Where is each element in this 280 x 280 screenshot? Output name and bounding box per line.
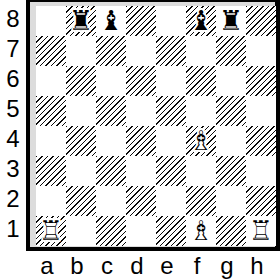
rank-labels: 87654321 [0, 4, 26, 244]
square-h5[interactable] [246, 96, 276, 126]
square-a1[interactable]: ♜♖ [36, 216, 66, 246]
square-a8[interactable] [36, 6, 66, 36]
rank-label-2: 2 [0, 184, 26, 214]
white-rook-glyph: ♖ [36, 216, 66, 246]
piece-white-bishop-f1: ♝♗ [186, 216, 216, 246]
square-e2[interactable] [156, 186, 186, 216]
square-g8[interactable]: ♜♜ [216, 6, 246, 36]
square-f2[interactable] [186, 186, 216, 216]
board-frame: ♜♜♝♝♝♝♜♜♝♗♜♖♝♗♜♖ [26, 0, 280, 251]
square-e8[interactable] [156, 6, 186, 36]
piece-white-bishop-f4: ♝♗ [186, 126, 216, 156]
square-b6[interactable] [66, 66, 96, 96]
square-c3[interactable] [96, 156, 126, 186]
white-rook-glyph: ♖ [246, 216, 276, 246]
square-b4[interactable] [66, 126, 96, 156]
square-g2[interactable] [216, 186, 246, 216]
file-label-a: a [32, 251, 62, 280]
square-d8[interactable] [126, 6, 156, 36]
square-c5[interactable] [96, 96, 126, 126]
file-label-b: b [62, 251, 92, 280]
square-e6[interactable] [156, 66, 186, 96]
square-c7[interactable] [96, 36, 126, 66]
square-f1[interactable]: ♝♗ [186, 216, 216, 246]
square-b7[interactable] [66, 36, 96, 66]
square-c2[interactable] [96, 186, 126, 216]
file-label-d: d [122, 251, 152, 280]
rank-label-5: 5 [0, 94, 26, 124]
square-e3[interactable] [156, 156, 186, 186]
square-a5[interactable] [36, 96, 66, 126]
square-h3[interactable] [246, 156, 276, 186]
square-g1[interactable] [216, 216, 246, 246]
square-c1[interactable] [96, 216, 126, 246]
square-d3[interactable] [126, 156, 156, 186]
square-g4[interactable] [216, 126, 246, 156]
square-f5[interactable] [186, 96, 216, 126]
board-grid: ♜♜♝♝♝♝♜♜♝♗♜♖♝♗♜♖ [36, 6, 276, 246]
chess-diagram: 87654321 ♜♜♝♝♝♝♜♜♝♗♜♖♝♗♜♖ abcdefgh [0, 0, 280, 280]
rank-label-8: 8 [0, 4, 26, 34]
file-label-c: c [92, 251, 122, 280]
square-e5[interactable] [156, 96, 186, 126]
file-label-e: e [152, 251, 182, 280]
rank-label-1: 1 [0, 214, 26, 244]
square-d7[interactable] [126, 36, 156, 66]
square-h1[interactable]: ♜♖ [246, 216, 276, 246]
rank-label-7: 7 [0, 34, 26, 64]
white-bishop-glyph: ♗ [186, 126, 216, 156]
square-g7[interactable] [216, 36, 246, 66]
file-label-g: g [212, 251, 242, 280]
square-f3[interactable] [186, 156, 216, 186]
square-f6[interactable] [186, 66, 216, 96]
black-rook-glyph: ♜ [66, 6, 96, 36]
square-d1[interactable] [126, 216, 156, 246]
piece-black-bishop-f8: ♝♝ [186, 6, 216, 36]
square-b5[interactable] [66, 96, 96, 126]
square-b3[interactable] [66, 156, 96, 186]
black-bishop-glyph: ♝ [96, 6, 126, 36]
black-rook-glyph: ♜ [216, 6, 246, 36]
square-d6[interactable] [126, 66, 156, 96]
piece-black-bishop-c8: ♝♝ [96, 6, 126, 36]
square-f4[interactable]: ♝♗ [186, 126, 216, 156]
board-inset: ♜♜♝♝♝♝♜♜♝♗♜♖♝♗♜♖ [30, 2, 275, 247]
piece-white-rook-h1: ♜♖ [246, 216, 276, 246]
square-h4[interactable] [246, 126, 276, 156]
square-e4[interactable] [156, 126, 186, 156]
file-label-h: h [242, 251, 272, 280]
square-b2[interactable] [66, 186, 96, 216]
square-a3[interactable] [36, 156, 66, 186]
piece-white-rook-a1: ♜♖ [36, 216, 66, 246]
square-c4[interactable] [96, 126, 126, 156]
square-d2[interactable] [126, 186, 156, 216]
file-label-f: f [182, 251, 212, 280]
piece-black-rook-g8: ♜♜ [216, 6, 246, 36]
square-h2[interactable] [246, 186, 276, 216]
square-b1[interactable] [66, 216, 96, 246]
square-h7[interactable] [246, 36, 276, 66]
square-f8[interactable]: ♝♝ [186, 6, 216, 36]
square-a4[interactable] [36, 126, 66, 156]
square-a6[interactable] [36, 66, 66, 96]
square-c6[interactable] [96, 66, 126, 96]
square-b8[interactable]: ♜♜ [66, 6, 96, 36]
rank-label-6: 6 [0, 64, 26, 94]
piece-black-rook-b8: ♜♜ [66, 6, 96, 36]
square-a7[interactable] [36, 36, 66, 66]
rank-label-4: 4 [0, 124, 26, 154]
square-g3[interactable] [216, 156, 246, 186]
square-g5[interactable] [216, 96, 246, 126]
square-f7[interactable] [186, 36, 216, 66]
square-h6[interactable] [246, 66, 276, 96]
square-h8[interactable] [246, 6, 276, 36]
square-g6[interactable] [216, 66, 246, 96]
square-e7[interactable] [156, 36, 186, 66]
file-labels: abcdefgh [32, 251, 272, 280]
square-d4[interactable] [126, 126, 156, 156]
square-c8[interactable]: ♝♝ [96, 6, 126, 36]
black-bishop-glyph: ♝ [186, 6, 216, 36]
square-a2[interactable] [36, 186, 66, 216]
square-d5[interactable] [126, 96, 156, 126]
white-bishop-glyph: ♗ [186, 216, 216, 246]
rank-label-3: 3 [0, 154, 26, 184]
square-e1[interactable] [156, 216, 186, 246]
